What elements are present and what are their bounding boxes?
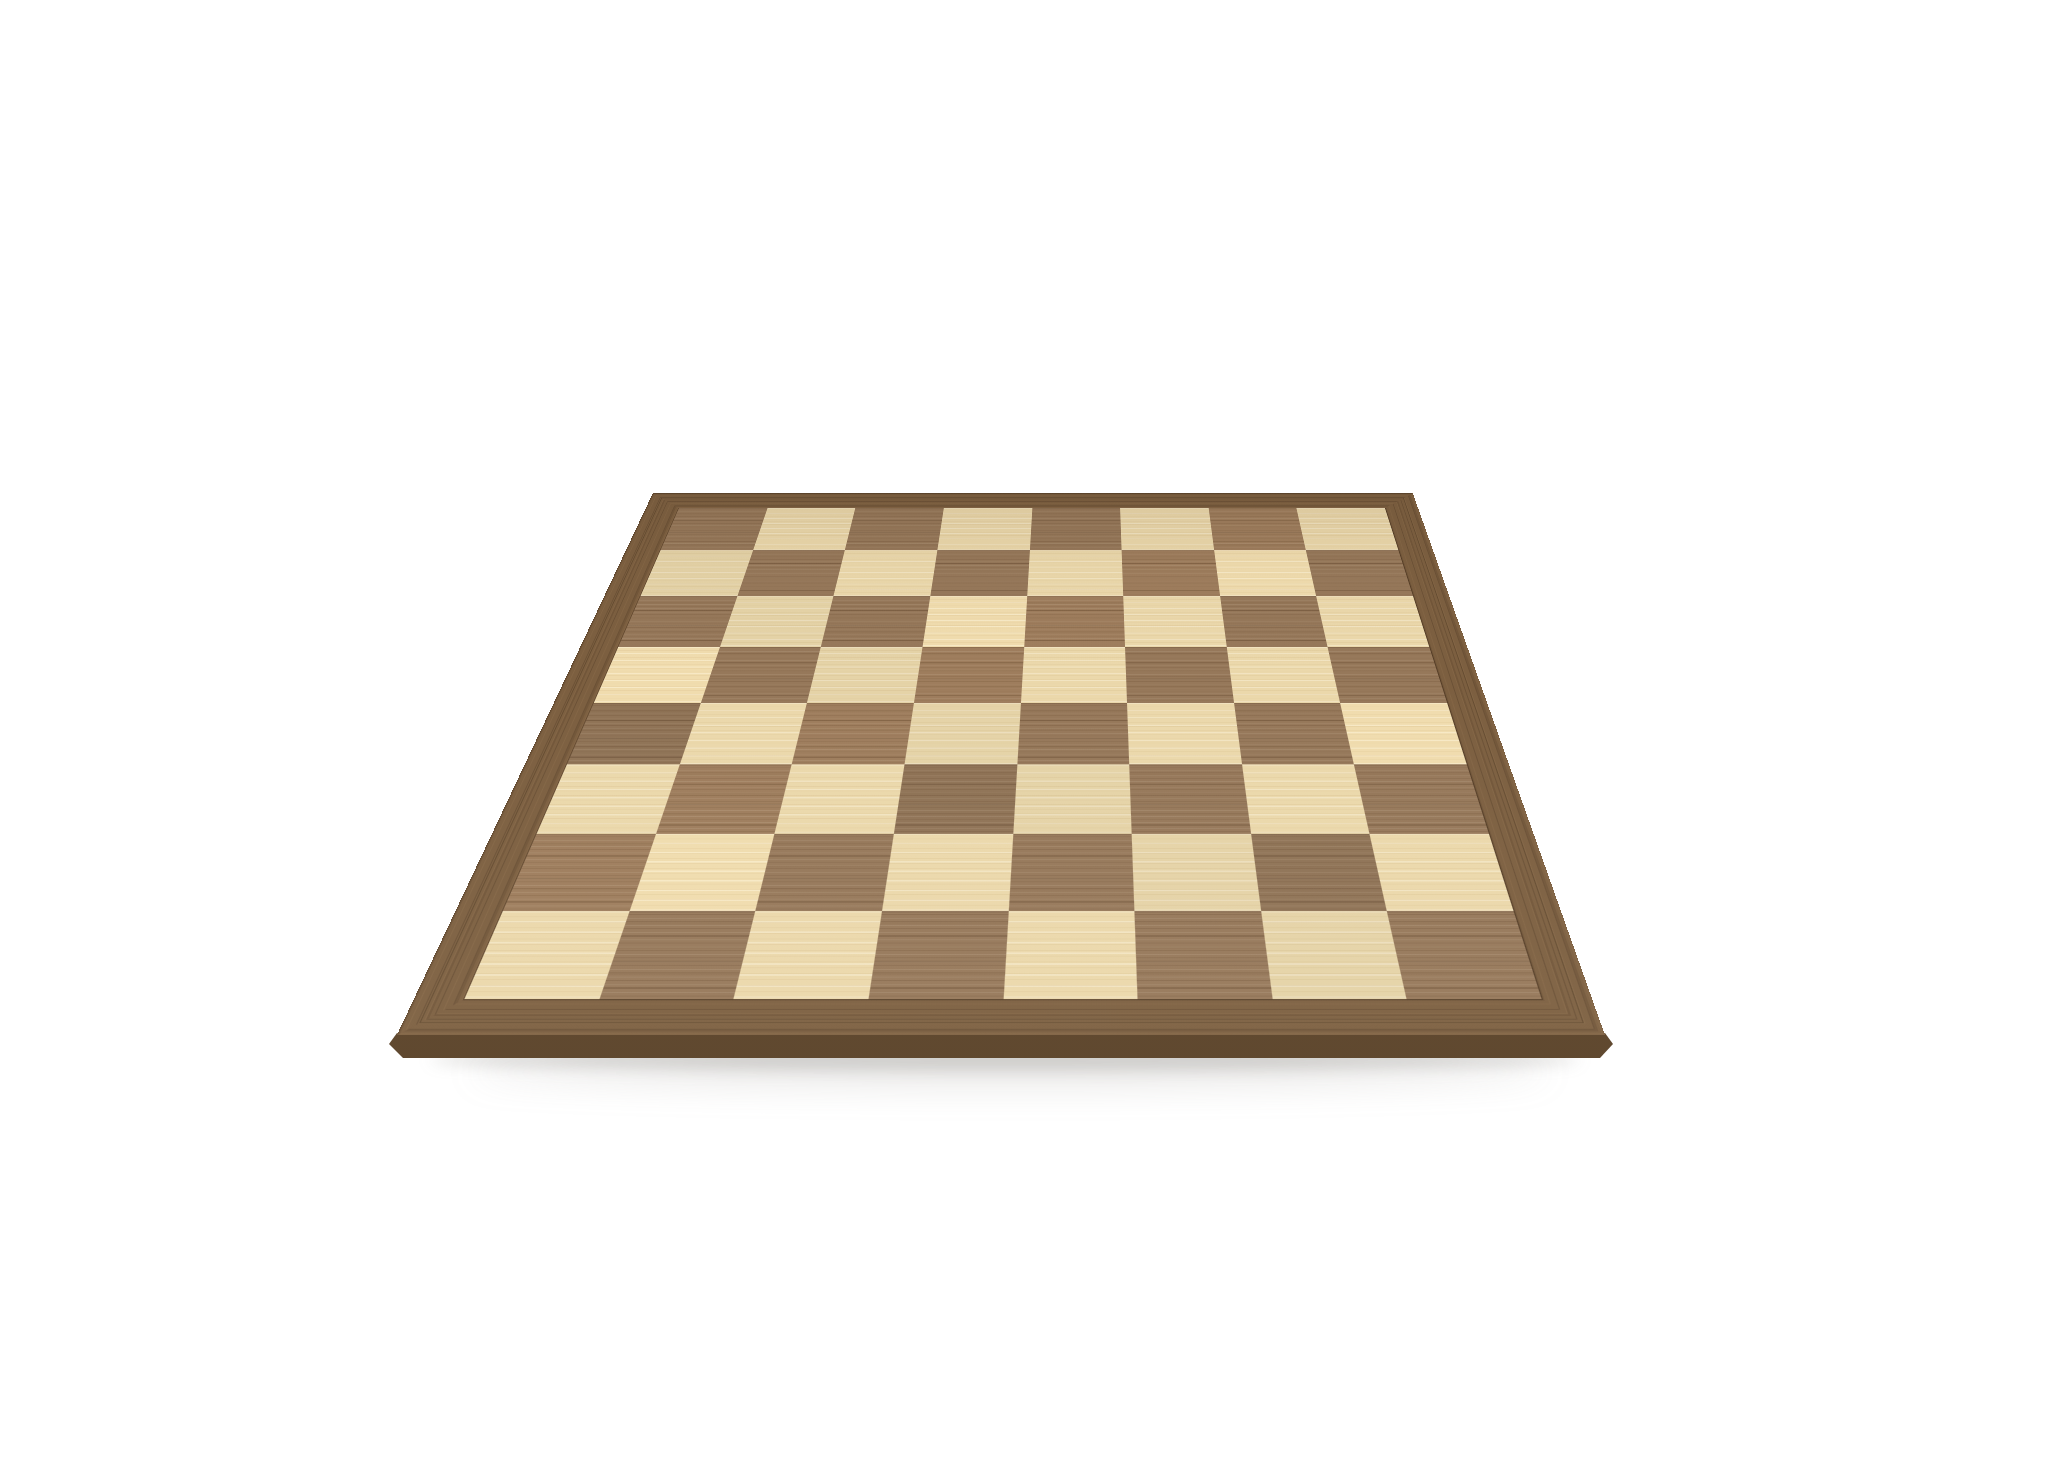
square-r7c3: [755, 834, 893, 912]
square-r4c7: [1226, 647, 1340, 703]
square-r3c3: [821, 596, 930, 647]
square-r1c4: [937, 508, 1032, 550]
square-r7c5: [1008, 834, 1134, 912]
square-r5c6: [1127, 703, 1242, 765]
board-border-top: [646, 493, 1418, 508]
square-r3c1: [618, 596, 737, 647]
square-r1c8: [1297, 508, 1399, 550]
square-r2c8: [1306, 550, 1413, 596]
square-r1c3: [845, 508, 944, 550]
square-r6c2: [656, 764, 792, 833]
square-r2c6: [1122, 550, 1220, 596]
square-r2c2: [737, 550, 845, 596]
square-r3c8: [1316, 596, 1429, 647]
square-r2c4: [930, 550, 1029, 596]
square-r3c2: [720, 596, 834, 647]
photo-canvas: [0, 0, 2048, 1466]
square-r4c4: [914, 647, 1024, 703]
square-r7c2: [629, 834, 775, 912]
square-r7c7: [1251, 834, 1387, 912]
square-r6c3: [775, 764, 905, 833]
square-r6c6: [1129, 764, 1250, 833]
square-r3c7: [1220, 596, 1328, 647]
square-r4c5: [1021, 647, 1128, 703]
square-r7c6: [1132, 834, 1261, 912]
square-r4c2: [701, 647, 821, 703]
square-r7c8: [1370, 834, 1514, 912]
square-r8c5: [1003, 911, 1138, 999]
square-r6c7: [1242, 764, 1370, 833]
square-r6c5: [1013, 764, 1132, 833]
square-r5c8: [1340, 703, 1466, 765]
square-r1c1: [661, 508, 768, 550]
square-r5c2: [679, 703, 807, 765]
square-r8c4: [868, 911, 1008, 999]
square-r8c3: [734, 911, 882, 999]
square-r1c5: [1029, 508, 1121, 550]
square-r8c6: [1135, 911, 1273, 999]
square-r5c3: [792, 703, 914, 765]
square-r5c5: [1017, 703, 1129, 765]
square-r4c8: [1328, 647, 1447, 703]
square-r1c6: [1120, 508, 1214, 550]
board-scene: [0, 0, 2048, 1466]
square-r6c4: [894, 764, 1017, 833]
square-r4c3: [807, 647, 922, 703]
chess-board: [397, 493, 1605, 1035]
square-r4c6: [1125, 647, 1234, 703]
square-r2c7: [1214, 550, 1317, 596]
square-r3c6: [1123, 596, 1226, 647]
screenshot-root: { "meta": { "description": "Product phot…: [0, 0, 2048, 1466]
square-r7c4: [882, 834, 1013, 912]
square-r3c5: [1024, 596, 1125, 647]
square-r2c1: [640, 550, 752, 596]
square-r6c8: [1354, 764, 1489, 833]
square-r5c7: [1234, 703, 1355, 765]
square-r1c2: [753, 508, 856, 550]
square-r5c4: [904, 703, 1020, 765]
square-r1c7: [1208, 508, 1306, 550]
board-border-bottom: [397, 999, 1605, 1035]
square-r8c7: [1261, 911, 1407, 999]
square-r3c4: [922, 596, 1026, 647]
square-r2c5: [1027, 550, 1124, 596]
square-r2c3: [834, 550, 938, 596]
